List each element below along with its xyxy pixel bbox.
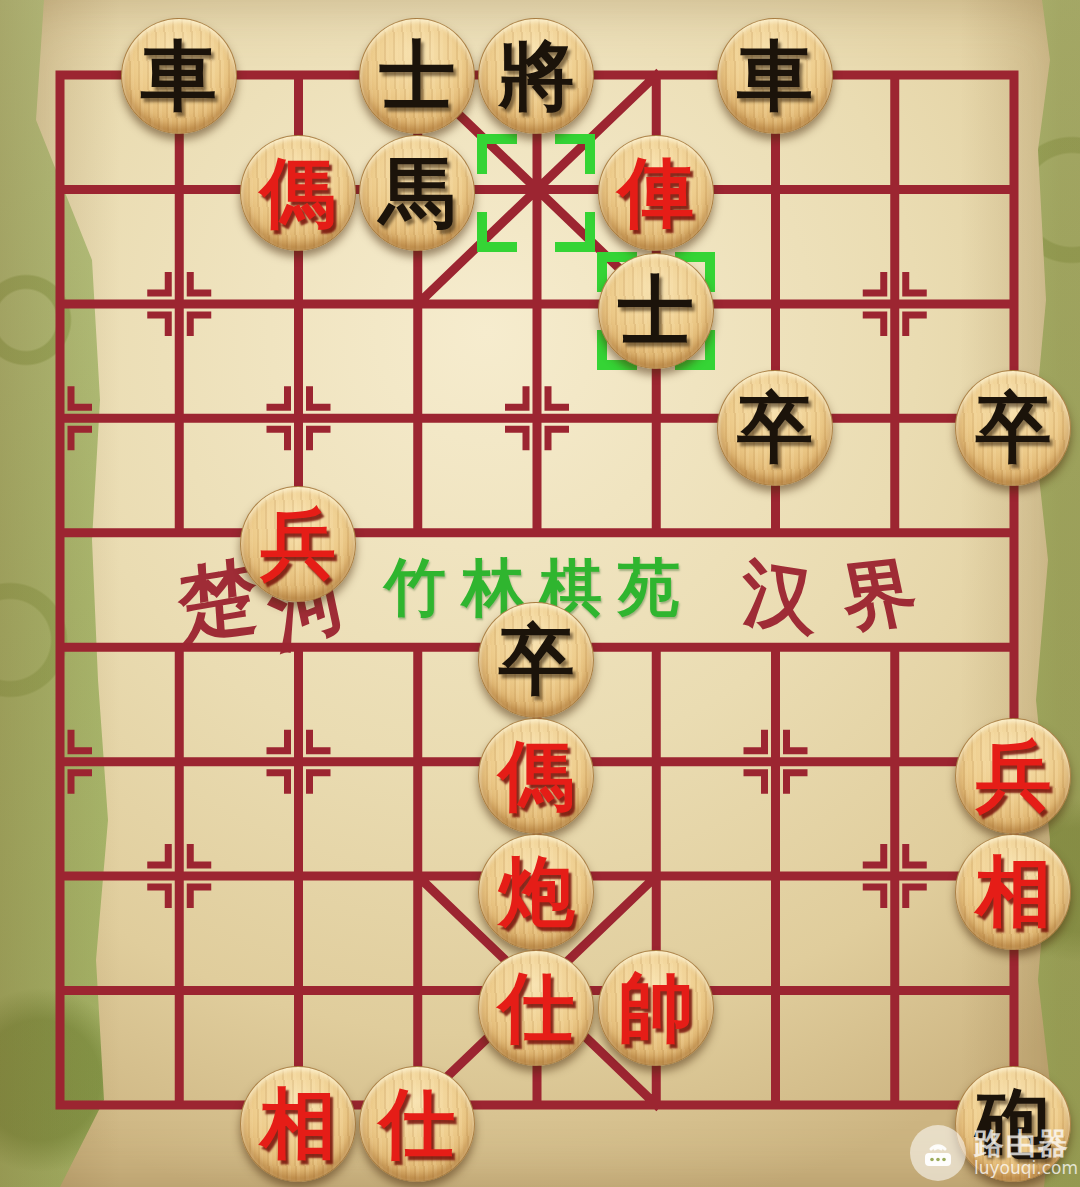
piece-glyph: 帥 [618, 970, 694, 1046]
piece-glyph: 士 [618, 273, 694, 349]
piece-glyph: 車 [141, 38, 217, 114]
piece-glyph: 傌 [260, 155, 336, 231]
piece-black-general[interactable]: 將 [478, 18, 594, 134]
piece-red-advisor[interactable]: 仕 [359, 1066, 475, 1182]
piece-glyph: 卒 [498, 622, 574, 698]
piece-red-soldier[interactable]: 兵 [955, 718, 1071, 834]
piece-red-soldier[interactable]: 兵 [240, 486, 356, 602]
piece-black-chariot[interactable]: 車 [121, 18, 237, 134]
piece-glyph: 卒 [975, 390, 1051, 466]
piece-red-elephant[interactable]: 相 [240, 1066, 356, 1182]
piece-glyph: 傌 [498, 738, 574, 814]
piece-red-chariot[interactable]: 俥 [598, 135, 714, 251]
piece-red-general[interactable]: 帥 [598, 950, 714, 1066]
watermark-domain: luyouqi.com [974, 1160, 1078, 1178]
piece-glyph: 相 [260, 1086, 336, 1162]
piece-black-advisor[interactable]: 士 [598, 253, 714, 369]
piece-glyph: 兵 [975, 738, 1051, 814]
piece-glyph: 卒 [737, 390, 813, 466]
piece-glyph: 相 [975, 854, 1051, 930]
piece-red-horse[interactable]: 傌 [240, 135, 356, 251]
piece-black-chariot[interactable]: 車 [717, 18, 833, 134]
piece-red-cannon[interactable]: 炮 [478, 834, 594, 950]
piece-glyph: 將 [498, 38, 574, 114]
piece-black-soldier[interactable]: 卒 [478, 602, 594, 718]
piece-glyph: 仕 [498, 970, 574, 1046]
piece-black-soldier[interactable]: 卒 [955, 370, 1071, 486]
piece-glyph: 馬 [379, 155, 455, 231]
last-move-from-marker [477, 134, 595, 252]
piece-glyph: 仕 [379, 1086, 455, 1162]
piece-red-advisor[interactable]: 仕 [478, 950, 594, 1066]
piece-glyph: 炮 [498, 854, 574, 930]
piece-black-soldier[interactable]: 卒 [717, 370, 833, 486]
watermark-title: 路由器 [974, 1128, 1078, 1160]
piece-black-horse[interactable]: 馬 [359, 135, 475, 251]
piece-glyph: 士 [379, 38, 455, 114]
piece-glyph: 俥 [618, 155, 694, 231]
corner-watermark: 路由器 luyouqi.com [910, 1125, 1078, 1181]
piece-black-advisor[interactable]: 士 [359, 18, 475, 134]
piece-red-elephant[interactable]: 相 [955, 834, 1071, 950]
page-background: 楚 河 汉 界 竹林棋苑 車士將車傌馬俥士卒卒兵卒傌兵炮相仕帥相仕砲 路由器 l… [0, 0, 1080, 1187]
xiangqi-board: 車士將車傌馬俥士卒卒兵卒傌兵炮相仕帥相仕砲 [0, 18, 1073, 1163]
piece-glyph: 兵 [260, 506, 336, 582]
piece-glyph: 車 [737, 38, 813, 114]
piece-red-horse[interactable]: 傌 [478, 718, 594, 834]
router-icon [910, 1125, 966, 1181]
